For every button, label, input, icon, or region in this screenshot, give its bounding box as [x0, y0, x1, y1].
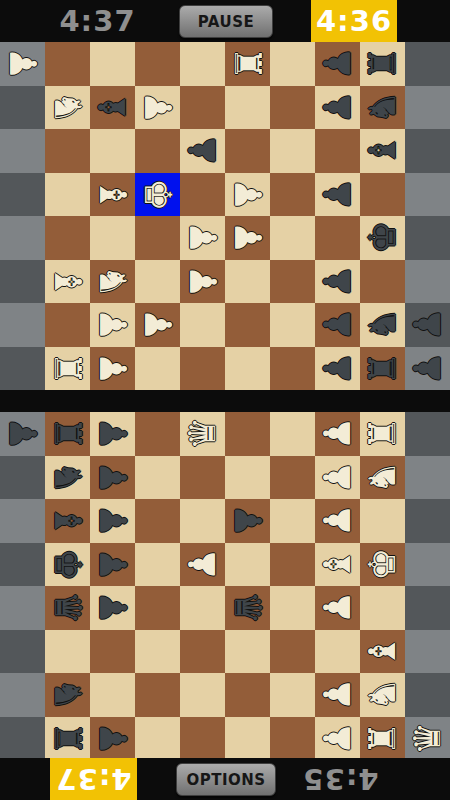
board-square[interactable]: ♞: [360, 456, 405, 500]
board-square[interactable]: ♜: [360, 717, 405, 761]
board-square[interactable]: ♝: [360, 129, 405, 173]
board-square[interactable]: [270, 260, 315, 304]
tray-square: ♟: [405, 303, 450, 347]
board-square[interactable]: [90, 630, 135, 674]
bottom-left-clock-active[interactable]: 4:37: [50, 758, 137, 800]
board-square[interactable]: [180, 347, 225, 391]
white-bishop-piece: ♝: [94, 178, 131, 211]
black-bishop-piece: ♝: [364, 134, 401, 167]
white-pawn-piece: ♟: [139, 308, 176, 341]
board-square[interactable]: ♞: [360, 673, 405, 717]
tray-square: [0, 260, 45, 304]
board-square[interactable]: [180, 456, 225, 500]
board-square[interactable]: [90, 673, 135, 717]
board-square[interactable]: ♟: [90, 499, 135, 543]
white-king-piece: ♚: [364, 548, 401, 581]
white-pawn-piece: ♟: [319, 417, 356, 450]
board-square[interactable]: [270, 456, 315, 500]
board-square[interactable]: [180, 303, 225, 347]
white-rook-piece: ♜: [364, 722, 401, 755]
board-square[interactable]: ♟: [90, 456, 135, 500]
board-square[interactable]: ♟: [90, 412, 135, 456]
board-square[interactable]: ♟: [135, 303, 180, 347]
tray-square: [0, 303, 45, 347]
board-square[interactable]: ♟: [315, 412, 360, 456]
board-square[interactable]: [270, 586, 315, 630]
board-square[interactable]: ♝: [360, 630, 405, 674]
tray-square: [0, 456, 45, 500]
tray-square: [0, 216, 45, 260]
board-square[interactable]: [270, 673, 315, 717]
board-square[interactable]: [270, 129, 315, 173]
black-pawn-piece: ♟: [94, 461, 131, 494]
options-button[interactable]: OPTIONS: [176, 763, 276, 796]
tray-square: [0, 347, 45, 391]
board-square[interactable]: ♞: [45, 456, 90, 500]
tray-square: ♟: [0, 42, 45, 86]
board-square[interactable]: ♜: [360, 347, 405, 391]
board-square[interactable]: [180, 586, 225, 630]
board-square[interactable]: [270, 42, 315, 86]
board-square[interactable]: ♟: [315, 456, 360, 500]
board-square[interactable]: ♝: [45, 260, 90, 304]
board-square[interactable]: [270, 216, 315, 260]
board-square[interactable]: ♟: [180, 543, 225, 587]
white-knight-piece: ♞: [94, 265, 131, 298]
tray-square: [0, 630, 45, 674]
black-pawn-piece: ♟: [229, 504, 266, 537]
white-pawn-piece: ♟: [229, 221, 266, 254]
black-pawn-piece: ♟: [94, 417, 131, 450]
white-pawn-piece: ♟: [319, 591, 356, 624]
board-square[interactable]: [180, 499, 225, 543]
board-square[interactable]: [135, 630, 180, 674]
board-square[interactable]: [135, 673, 180, 717]
board-square[interactable]: [225, 456, 270, 500]
tray-square: [405, 543, 450, 587]
black-rook-piece: ♜: [49, 417, 86, 450]
board-square[interactable]: [360, 260, 405, 304]
black-knight-piece: ♞: [364, 91, 401, 124]
board-square[interactable]: [225, 717, 270, 761]
tray-square: [405, 216, 450, 260]
tray-square: [405, 499, 450, 543]
board-square[interactable]: [270, 630, 315, 674]
board-square[interactable]: [180, 630, 225, 674]
pause-button[interactable]: PAUSE: [179, 5, 273, 38]
tray-square: [405, 456, 450, 500]
tray-square: [405, 260, 450, 304]
board-square[interactable]: [270, 86, 315, 130]
board-square-highlighted[interactable]: ♚: [135, 173, 180, 217]
board-square[interactable]: [90, 129, 135, 173]
board-square[interactable]: [225, 412, 270, 456]
black-rook-piece: ♜: [49, 722, 86, 755]
board-square[interactable]: ♝: [90, 86, 135, 130]
tray-square: [405, 173, 450, 217]
black-bishop-piece: ♝: [49, 504, 86, 537]
board-square[interactable]: [315, 129, 360, 173]
top-clock-bar: 4:37 PAUSE 4:36: [0, 0, 450, 42]
board-square[interactable]: ♚: [360, 543, 405, 587]
board-square[interactable]: [45, 630, 90, 674]
board-square[interactable]: ♜: [225, 42, 270, 86]
board-square[interactable]: [180, 673, 225, 717]
top-chess-board: ♟♜♟♜♞♝♟♟♞♟♝♝♚♟♟♟♟♚♝♞♟♟♟♟♟♞♟♜♟♟♜♟: [0, 42, 450, 390]
board-square[interactable]: ♞: [45, 86, 90, 130]
black-pawn-piece: ♟: [319, 178, 356, 211]
board-square[interactable]: ♞: [360, 303, 405, 347]
white-rook-piece: ♜: [49, 352, 86, 385]
tray-square: [0, 543, 45, 587]
board-square[interactable]: [135, 42, 180, 86]
black-pawn-piece: ♟: [319, 352, 356, 385]
board-square[interactable]: [270, 412, 315, 456]
white-pawn-piece: ♟: [94, 352, 131, 385]
white-pawn-piece: ♟: [319, 504, 356, 537]
board-square[interactable]: [135, 717, 180, 761]
board-square[interactable]: ♚: [45, 543, 90, 587]
board-square[interactable]: [225, 347, 270, 391]
board-square[interactable]: [135, 586, 180, 630]
board-square[interactable]: [360, 586, 405, 630]
tray-square: [0, 673, 45, 717]
black-pawn-piece: ♟: [409, 352, 446, 385]
board-square[interactable]: [225, 303, 270, 347]
board-square[interactable]: [270, 543, 315, 587]
board-square[interactable]: [270, 347, 315, 391]
board-square[interactable]: [45, 303, 90, 347]
tray-square: [405, 42, 450, 86]
board-square[interactable]: [225, 543, 270, 587]
board-square[interactable]: [315, 630, 360, 674]
white-pawn-piece: ♟: [184, 548, 221, 581]
board-square[interactable]: ♟: [90, 543, 135, 587]
board-square[interactable]: [45, 216, 90, 260]
white-knight-piece: ♞: [364, 461, 401, 494]
board-square[interactable]: ♜: [45, 717, 90, 761]
white-pawn-piece: ♟: [139, 91, 176, 124]
white-pawn-piece: ♟: [184, 221, 221, 254]
bottom-clock-bar: 4:37 OPTIONS 4:35: [0, 758, 450, 800]
black-knight-piece: ♞: [49, 461, 86, 494]
board-square[interactable]: [45, 42, 90, 86]
board-square[interactable]: [225, 129, 270, 173]
board-square[interactable]: ♟: [315, 717, 360, 761]
black-pawn-piece: ♟: [319, 308, 356, 341]
board-square[interactable]: ♟: [180, 216, 225, 260]
board-square[interactable]: [270, 303, 315, 347]
board-square[interactable]: ♟: [90, 586, 135, 630]
black-pawn-piece: ♟: [94, 591, 131, 624]
board-square[interactable]: ♝: [90, 173, 135, 217]
board-square[interactable]: ♟: [315, 303, 360, 347]
board-square[interactable]: [45, 129, 90, 173]
board-square[interactable]: ♜: [45, 412, 90, 456]
black-knight-piece: ♞: [49, 678, 86, 711]
board-square[interactable]: [45, 173, 90, 217]
board-square[interactable]: [360, 173, 405, 217]
board-square[interactable]: [135, 347, 180, 391]
board-square[interactable]: [180, 717, 225, 761]
white-bishop-piece: ♝: [319, 548, 356, 581]
board-square[interactable]: [135, 260, 180, 304]
black-pawn-piece: ♟: [319, 47, 356, 80]
white-pawn-piece: ♟: [4, 47, 41, 80]
board-square[interactable]: ♝: [45, 499, 90, 543]
white-knight-piece: ♞: [49, 91, 86, 124]
board-square[interactable]: ♛: [180, 412, 225, 456]
board-square[interactable]: [180, 42, 225, 86]
board-square[interactable]: ♟: [315, 499, 360, 543]
board-square[interactable]: ♟: [315, 173, 360, 217]
board-square[interactable]: [270, 173, 315, 217]
board-square[interactable]: ♟: [315, 347, 360, 391]
board-square[interactable]: [225, 673, 270, 717]
board-square[interactable]: ♛: [225, 586, 270, 630]
board-square[interactable]: ♞: [90, 260, 135, 304]
board-square[interactable]: ♟: [90, 717, 135, 761]
board-square[interactable]: [315, 216, 360, 260]
bottom-right-clock[interactable]: 4:35: [283, 758, 398, 800]
tray-square: [0, 717, 45, 761]
board-square[interactable]: ♟: [180, 260, 225, 304]
board-square[interactable]: ♟: [315, 260, 360, 304]
black-king-piece: ♚: [364, 221, 401, 254]
board-square[interactable]: ♟: [315, 586, 360, 630]
board-square[interactable]: [225, 86, 270, 130]
white-bishop-piece: ♝: [364, 635, 401, 668]
tray-square: [405, 673, 450, 717]
tray-square: [405, 630, 450, 674]
white-king-piece: ♚: [139, 178, 176, 211]
board-square[interactable]: ♟: [225, 216, 270, 260]
black-knight-piece: ♞: [364, 308, 401, 341]
board-square[interactable]: [135, 456, 180, 500]
black-queen-piece: ♛: [49, 591, 86, 624]
tray-square: [405, 586, 450, 630]
black-pawn-piece: ♟: [4, 417, 41, 450]
board-square[interactable]: ♟: [315, 86, 360, 130]
chess-clock-app: 4:37 PAUSE 4:36 ♟♜♟♜♞♝♟♟♞♟♝♝♚♟♟♟♟♚♝♞♟♟♟♟…: [0, 0, 450, 800]
board-square[interactable]: ♟: [225, 173, 270, 217]
tray-square: ♟: [0, 412, 45, 456]
board-square[interactable]: [180, 173, 225, 217]
board-square[interactable]: [135, 499, 180, 543]
white-pawn-piece: ♟: [319, 461, 356, 494]
white-queen-piece: ♛: [184, 417, 221, 450]
white-rook-piece: ♜: [229, 47, 266, 80]
board-square[interactable]: ♜: [360, 42, 405, 86]
board-square[interactable]: [225, 260, 270, 304]
tray-square: ♟: [405, 347, 450, 391]
white-pawn-piece: ♟: [184, 265, 221, 298]
black-pawn-piece: ♟: [319, 91, 356, 124]
black-queen-piece: ♛: [229, 591, 266, 624]
board-square[interactable]: [270, 717, 315, 761]
board-square[interactable]: ♟: [135, 86, 180, 130]
board-square[interactable]: ♝: [315, 543, 360, 587]
black-king-piece: ♚: [49, 548, 86, 581]
tray-square: [405, 86, 450, 130]
board-square[interactable]: [360, 499, 405, 543]
white-pawn-piece: ♟: [319, 678, 356, 711]
board-square[interactable]: [135, 543, 180, 587]
board-square[interactable]: ♜: [360, 412, 405, 456]
board-square[interactable]: [90, 42, 135, 86]
white-rook-piece: ♜: [364, 417, 401, 450]
black-rook-piece: ♜: [364, 352, 401, 385]
tray-square: [405, 412, 450, 456]
tray-square: [0, 86, 45, 130]
tray-square: [0, 499, 45, 543]
bottom-chess-board: ♟♜♟♛♟♜♞♟♟♞♝♟♟♟♚♟♟♝♚♛♟♛♟♝♞♟♞♜♟♟♜♛: [0, 412, 450, 760]
black-pawn-piece: ♟: [409, 308, 446, 341]
black-pawn-piece: ♟: [94, 504, 131, 537]
board-square[interactable]: ♞: [45, 673, 90, 717]
white-bishop-piece: ♝: [49, 265, 86, 298]
tray-square: [0, 586, 45, 630]
top-left-clock[interactable]: 4:37: [45, 0, 150, 42]
board-square[interactable]: ♟: [315, 42, 360, 86]
board-square[interactable]: ♟: [225, 499, 270, 543]
white-knight-piece: ♞: [364, 678, 401, 711]
board-square[interactable]: [135, 412, 180, 456]
tray-square: [0, 173, 45, 217]
board-square[interactable]: ♛: [45, 586, 90, 630]
black-bishop-piece: ♝: [94, 91, 131, 124]
black-pawn-piece: ♟: [184, 134, 221, 167]
top-right-clock-active[interactable]: 4:36: [311, 0, 397, 42]
white-pawn-piece: ♟: [94, 308, 131, 341]
board-square[interactable]: ♟: [315, 673, 360, 717]
board-square[interactable]: [135, 129, 180, 173]
tray-square: ♛: [405, 717, 450, 761]
white-pawn-piece: ♟: [229, 178, 266, 211]
tray-square: [0, 129, 45, 173]
board-square[interactable]: ♟: [90, 303, 135, 347]
board-square[interactable]: [225, 630, 270, 674]
board-square[interactable]: [135, 216, 180, 260]
white-queen-piece: ♛: [409, 722, 446, 755]
black-pawn-piece: ♟: [319, 265, 356, 298]
board-square[interactable]: [180, 86, 225, 130]
tray-square: [405, 129, 450, 173]
board-square[interactable]: ♚: [360, 216, 405, 260]
board-square[interactable]: ♜: [45, 347, 90, 391]
black-rook-piece: ♜: [364, 47, 401, 80]
board-square[interactable]: [270, 499, 315, 543]
white-pawn-piece: ♟: [319, 722, 356, 755]
board-square[interactable]: ♞: [360, 86, 405, 130]
black-pawn-piece: ♟: [94, 722, 131, 755]
board-square[interactable]: [90, 216, 135, 260]
board-square[interactable]: ♟: [90, 347, 135, 391]
board-square[interactable]: ♟: [180, 129, 225, 173]
black-pawn-piece: ♟: [94, 548, 131, 581]
